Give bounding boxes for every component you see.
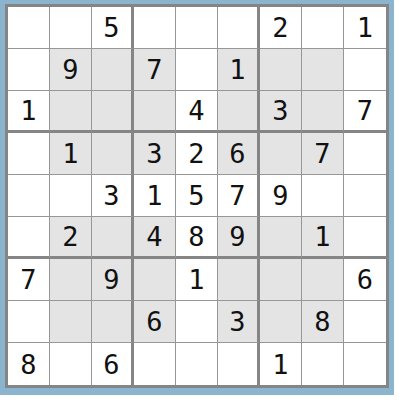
- cell-r9c8[interactable]: [302, 343, 344, 385]
- window-frame: 52197114371326731579248917916638861: [0, 0, 394, 395]
- cell-r3c3[interactable]: [92, 91, 134, 133]
- cell-r7c8[interactable]: [302, 259, 344, 301]
- cell-r8c1[interactable]: [8, 301, 50, 343]
- cell-r2c4[interactable]: 7: [134, 49, 176, 91]
- sudoku-board: 52197114371326731579248917916638861: [5, 4, 389, 388]
- cell-r5c7[interactable]: 9: [260, 175, 302, 217]
- cell-r7c2[interactable]: [50, 259, 92, 301]
- cell-r4c7[interactable]: [260, 133, 302, 175]
- cell-r4c8[interactable]: 7: [302, 133, 344, 175]
- cell-r5c4[interactable]: 1: [134, 175, 176, 217]
- cell-r5c5[interactable]: 5: [176, 175, 218, 217]
- cell-r1c1[interactable]: [8, 7, 50, 49]
- cell-r5c6[interactable]: 7: [218, 175, 260, 217]
- cell-r6c1[interactable]: [8, 217, 50, 259]
- cell-r1c9[interactable]: 1: [344, 7, 386, 49]
- cell-r2c8[interactable]: [302, 49, 344, 91]
- cell-r9c5[interactable]: [176, 343, 218, 385]
- cell-r9c4[interactable]: [134, 343, 176, 385]
- cell-r2c1[interactable]: [8, 49, 50, 91]
- cell-r5c3[interactable]: 3: [92, 175, 134, 217]
- cell-r2c2[interactable]: 9: [50, 49, 92, 91]
- cell-r2c7[interactable]: [260, 49, 302, 91]
- cell-r1c8[interactable]: [302, 7, 344, 49]
- cell-r8c2[interactable]: [50, 301, 92, 343]
- cell-r6c8[interactable]: 1: [302, 217, 344, 259]
- cell-r7c5[interactable]: 1: [176, 259, 218, 301]
- cell-r4c6[interactable]: 6: [218, 133, 260, 175]
- cell-r4c5[interactable]: 2: [176, 133, 218, 175]
- cell-r6c7[interactable]: [260, 217, 302, 259]
- cell-r4c1[interactable]: [8, 133, 50, 175]
- cell-r6c4[interactable]: 4: [134, 217, 176, 259]
- cell-r7c7[interactable]: [260, 259, 302, 301]
- cell-r1c5[interactable]: [176, 7, 218, 49]
- cell-r3c5[interactable]: 4: [176, 91, 218, 133]
- cell-r7c4[interactable]: [134, 259, 176, 301]
- cell-r1c4[interactable]: [134, 7, 176, 49]
- cell-r1c7[interactable]: 2: [260, 7, 302, 49]
- cell-r3c7[interactable]: 3: [260, 91, 302, 133]
- cell-r8c7[interactable]: [260, 301, 302, 343]
- cell-r8c3[interactable]: [92, 301, 134, 343]
- cell-r6c6[interactable]: 9: [218, 217, 260, 259]
- cell-r2c5[interactable]: [176, 49, 218, 91]
- cell-r3c8[interactable]: [302, 91, 344, 133]
- cell-r8c4[interactable]: 6: [134, 301, 176, 343]
- cell-r4c9[interactable]: [344, 133, 386, 175]
- cell-r6c2[interactable]: 2: [50, 217, 92, 259]
- cell-r1c3[interactable]: 5: [92, 7, 134, 49]
- cell-r7c1[interactable]: 7: [8, 259, 50, 301]
- cell-r6c5[interactable]: 8: [176, 217, 218, 259]
- cell-r8c9[interactable]: [344, 301, 386, 343]
- cell-r2c9[interactable]: [344, 49, 386, 91]
- cell-r6c9[interactable]: [344, 217, 386, 259]
- cell-r5c8[interactable]: [302, 175, 344, 217]
- cell-r4c2[interactable]: 1: [50, 133, 92, 175]
- cell-r3c2[interactable]: [50, 91, 92, 133]
- cell-r4c3[interactable]: [92, 133, 134, 175]
- cell-r9c6[interactable]: [218, 343, 260, 385]
- cell-r8c5[interactable]: [176, 301, 218, 343]
- cell-r9c9[interactable]: [344, 343, 386, 385]
- cell-r8c6[interactable]: 3: [218, 301, 260, 343]
- cell-r5c9[interactable]: [344, 175, 386, 217]
- cell-r7c9[interactable]: 6: [344, 259, 386, 301]
- cell-r7c3[interactable]: 9: [92, 259, 134, 301]
- cell-r4c4[interactable]: 3: [134, 133, 176, 175]
- cell-r5c2[interactable]: [50, 175, 92, 217]
- cell-r6c3[interactable]: [92, 217, 134, 259]
- cell-r9c3[interactable]: 6: [92, 343, 134, 385]
- cell-r9c1[interactable]: 8: [8, 343, 50, 385]
- cell-r1c6[interactable]: [218, 7, 260, 49]
- cell-r2c3[interactable]: [92, 49, 134, 91]
- cell-r9c7[interactable]: 1: [260, 343, 302, 385]
- cell-r7c6[interactable]: [218, 259, 260, 301]
- cell-r2c6[interactable]: 1: [218, 49, 260, 91]
- cell-r3c9[interactable]: 7: [344, 91, 386, 133]
- cell-r3c4[interactable]: [134, 91, 176, 133]
- cell-r1c2[interactable]: [50, 7, 92, 49]
- cell-r3c1[interactable]: 1: [8, 91, 50, 133]
- cell-r5c1[interactable]: [8, 175, 50, 217]
- cell-r9c2[interactable]: [50, 343, 92, 385]
- cell-r3c6[interactable]: [218, 91, 260, 133]
- cell-r8c8[interactable]: 8: [302, 301, 344, 343]
